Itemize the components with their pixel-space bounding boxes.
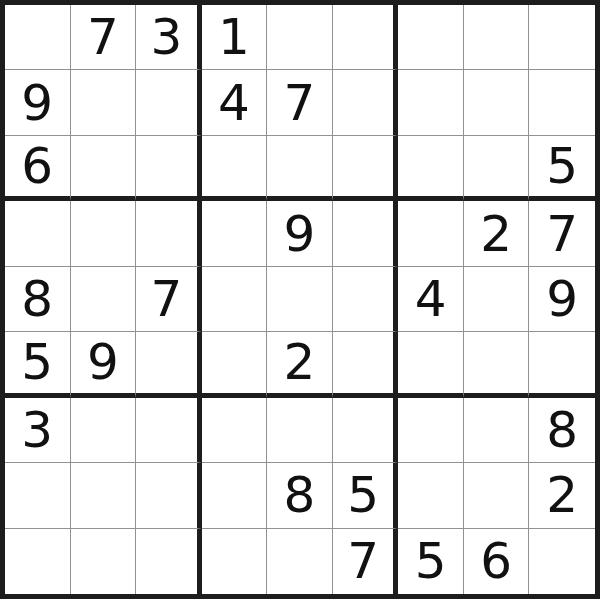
cell-r9c7[interactable]: 5 [398, 529, 464, 594]
given-digit: 2 [284, 337, 316, 387]
given-digit: 7 [87, 12, 119, 62]
cell-r5c3[interactable]: 7 [136, 267, 202, 332]
cell-r5c7[interactable]: 4 [398, 267, 464, 332]
given-digit: 5 [347, 470, 379, 520]
cell-r6c5[interactable]: 2 [267, 332, 333, 397]
cell-r7c4[interactable] [202, 398, 268, 463]
cell-r9c3[interactable] [136, 529, 202, 594]
cell-r8c5[interactable]: 8 [267, 463, 333, 528]
cell-r3c5[interactable] [267, 136, 333, 201]
cell-r3c9[interactable]: 5 [529, 136, 595, 201]
cell-r7c2[interactable] [71, 398, 137, 463]
cell-r7c3[interactable] [136, 398, 202, 463]
given-digit: 4 [218, 78, 250, 128]
cell-r8c1[interactable] [5, 463, 71, 528]
cell-r2c8[interactable] [464, 70, 530, 135]
cell-r9c8[interactable]: 6 [464, 529, 530, 594]
given-digit: 9 [284, 209, 316, 259]
cell-r1c5[interactable] [267, 5, 333, 70]
cell-r9c1[interactable] [5, 529, 71, 594]
cell-r1c2[interactable]: 7 [71, 5, 137, 70]
cell-r4c7[interactable] [398, 201, 464, 266]
cell-r2c7[interactable] [398, 70, 464, 135]
cell-r5c6[interactable] [333, 267, 399, 332]
given-digit: 7 [347, 536, 379, 586]
cell-r1c9[interactable] [529, 5, 595, 70]
cell-r2c5[interactable]: 7 [267, 70, 333, 135]
cell-r4c3[interactable] [136, 201, 202, 266]
cell-r3c4[interactable] [202, 136, 268, 201]
sudoku-board: 73194765927874959238852756 [0, 0, 600, 599]
given-digit: 8 [284, 470, 316, 520]
cell-r8c9[interactable]: 2 [529, 463, 595, 528]
cell-r3c3[interactable] [136, 136, 202, 201]
cell-r6c2[interactable]: 9 [71, 332, 137, 397]
given-digit: 5 [546, 141, 578, 191]
cell-r8c3[interactable] [136, 463, 202, 528]
cell-r7c8[interactable] [464, 398, 530, 463]
cell-r2c6[interactable] [333, 70, 399, 135]
cell-r4c8[interactable]: 2 [464, 201, 530, 266]
cell-r9c9[interactable] [529, 529, 595, 594]
given-digit: 8 [21, 274, 53, 324]
given-digit: 6 [480, 536, 512, 586]
given-digit: 7 [150, 274, 182, 324]
cell-r6c6[interactable] [333, 332, 399, 397]
cell-r5c9[interactable]: 9 [529, 267, 595, 332]
cell-r2c9[interactable] [529, 70, 595, 135]
given-digit: 5 [415, 536, 447, 586]
cell-r9c2[interactable] [71, 529, 137, 594]
given-digit: 9 [546, 274, 578, 324]
cell-r1c1[interactable] [5, 5, 71, 70]
cell-r9c6[interactable]: 7 [333, 529, 399, 594]
cell-r1c8[interactable] [464, 5, 530, 70]
given-digit: 4 [415, 274, 447, 324]
cell-r8c2[interactable] [71, 463, 137, 528]
cell-r2c4[interactable]: 4 [202, 70, 268, 135]
given-digit: 1 [218, 12, 250, 62]
cell-r5c4[interactable] [202, 267, 268, 332]
cell-r8c8[interactable] [464, 463, 530, 528]
cell-r2c3[interactable] [136, 70, 202, 135]
cell-r1c7[interactable] [398, 5, 464, 70]
cell-r6c4[interactable] [202, 332, 268, 397]
given-digit: 6 [21, 141, 53, 191]
given-digit: 8 [546, 405, 578, 455]
cell-r7c9[interactable]: 8 [529, 398, 595, 463]
cell-r7c1[interactable]: 3 [5, 398, 71, 463]
cell-r4c5[interactable]: 9 [267, 201, 333, 266]
cell-r3c1[interactable]: 6 [5, 136, 71, 201]
cell-r4c9[interactable]: 7 [529, 201, 595, 266]
cell-r5c1[interactable]: 8 [5, 267, 71, 332]
cell-r4c4[interactable] [202, 201, 268, 266]
cell-r7c5[interactable] [267, 398, 333, 463]
given-digit: 2 [480, 209, 512, 259]
cell-r1c4[interactable]: 1 [202, 5, 268, 70]
cell-r7c7[interactable] [398, 398, 464, 463]
cell-r1c6[interactable] [333, 5, 399, 70]
cell-r4c2[interactable] [71, 201, 137, 266]
cell-r8c4[interactable] [202, 463, 268, 528]
cell-r6c7[interactable] [398, 332, 464, 397]
cell-r6c9[interactable] [529, 332, 595, 397]
given-digit: 7 [546, 209, 578, 259]
given-digit: 9 [87, 337, 119, 387]
cell-r7c6[interactable] [333, 398, 399, 463]
cell-r5c8[interactable] [464, 267, 530, 332]
cell-r3c6[interactable] [333, 136, 399, 201]
given-digit: 7 [284, 78, 316, 128]
given-digit: 3 [150, 12, 182, 62]
cell-r8c6[interactable]: 5 [333, 463, 399, 528]
cell-r9c4[interactable] [202, 529, 268, 594]
given-digit: 5 [21, 337, 53, 387]
cell-r3c7[interactable] [398, 136, 464, 201]
cell-r3c8[interactable] [464, 136, 530, 201]
given-digit: 3 [21, 405, 53, 455]
cell-r3c2[interactable] [71, 136, 137, 201]
cell-r5c5[interactable] [267, 267, 333, 332]
cell-r9c5[interactable] [267, 529, 333, 594]
cell-r6c3[interactable] [136, 332, 202, 397]
cell-r6c1[interactable]: 5 [5, 332, 71, 397]
cell-r8c7[interactable] [398, 463, 464, 528]
cell-r4c1[interactable] [5, 201, 71, 266]
cell-r5c2[interactable] [71, 267, 137, 332]
cell-r2c1[interactable]: 9 [5, 70, 71, 135]
cell-r6c8[interactable] [464, 332, 530, 397]
given-digit: 9 [21, 78, 53, 128]
given-digit: 2 [546, 470, 578, 520]
cell-r1c3[interactable]: 3 [136, 5, 202, 70]
cell-r4c6[interactable] [333, 201, 399, 266]
cell-r2c2[interactable] [71, 70, 137, 135]
